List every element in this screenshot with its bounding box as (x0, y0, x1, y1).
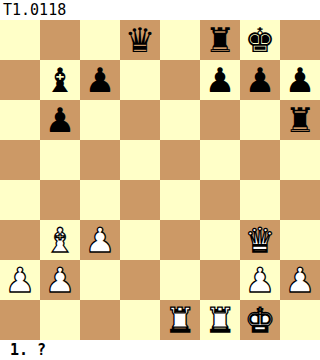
square-h6[interactable]: ♜ (280, 100, 320, 140)
square-f2[interactable] (200, 260, 240, 300)
square-b5[interactable] (40, 140, 80, 180)
square-b6[interactable]: ♟ (40, 100, 80, 140)
square-a7[interactable] (0, 60, 40, 100)
square-c2[interactable] (80, 260, 120, 300)
white-rook-e1: ♜ (165, 300, 195, 340)
square-h7[interactable]: ♟ (280, 60, 320, 100)
square-d5[interactable] (120, 140, 160, 180)
square-b8[interactable] (40, 20, 80, 60)
square-g8[interactable]: ♚ (240, 20, 280, 60)
square-f3[interactable] (200, 220, 240, 260)
square-e4[interactable] (160, 180, 200, 220)
square-f5[interactable] (200, 140, 240, 180)
square-c8[interactable] (80, 20, 120, 60)
white-bishop-b3: ♝ (45, 220, 75, 260)
square-c4[interactable] (80, 180, 120, 220)
square-a5[interactable] (0, 140, 40, 180)
square-b2[interactable]: ♟ (40, 260, 80, 300)
square-d3[interactable] (120, 220, 160, 260)
square-e2[interactable] (160, 260, 200, 300)
square-a3[interactable] (0, 220, 40, 260)
square-e1[interactable]: ♜ (160, 300, 200, 340)
square-g4[interactable] (240, 180, 280, 220)
square-d6[interactable] (120, 100, 160, 140)
black-pawn-f7: ♟ (205, 60, 235, 100)
white-rook-f1: ♜ (205, 300, 235, 340)
square-d4[interactable] (120, 180, 160, 220)
square-h4[interactable] (280, 180, 320, 220)
white-pawn-c3: ♟ (85, 220, 115, 260)
square-g7[interactable]: ♟ (240, 60, 280, 100)
square-g1[interactable]: ♚ (240, 300, 280, 340)
square-a8[interactable] (0, 20, 40, 60)
square-a4[interactable] (0, 180, 40, 220)
square-b1[interactable] (40, 300, 80, 340)
move-prompt: 1. ? (0, 340, 320, 360)
square-h1[interactable] (280, 300, 320, 340)
square-b3[interactable]: ♝ (40, 220, 80, 260)
square-f8[interactable]: ♜ (200, 20, 240, 60)
square-c3[interactable]: ♟ (80, 220, 120, 260)
square-h2[interactable]: ♟ (280, 260, 320, 300)
black-pawn-h7: ♟ (285, 60, 315, 100)
black-king-g8: ♚ (245, 20, 275, 60)
black-bishop-b7: ♝ (45, 60, 75, 100)
square-e8[interactable] (160, 20, 200, 60)
black-rook-h6: ♜ (285, 100, 315, 140)
square-e6[interactable] (160, 100, 200, 140)
white-pawn-a2: ♟ (5, 260, 35, 300)
square-f7[interactable]: ♟ (200, 60, 240, 100)
square-c1[interactable] (80, 300, 120, 340)
square-a6[interactable] (0, 100, 40, 140)
chess-board: ♛♜♚♝♟♟♟♟♟♜♝♟♛♟♟♟♟♜♜♚ (0, 20, 320, 340)
square-f1[interactable]: ♜ (200, 300, 240, 340)
square-f6[interactable] (200, 100, 240, 140)
square-e3[interactable] (160, 220, 200, 260)
black-pawn-b6: ♟ (45, 100, 75, 140)
black-queen-d8: ♛ (125, 20, 155, 60)
puzzle-id-label: T1.0118 (0, 0, 320, 20)
square-a2[interactable]: ♟ (0, 260, 40, 300)
square-g2[interactable]: ♟ (240, 260, 280, 300)
square-g5[interactable] (240, 140, 280, 180)
chess-trainer-window: T1.0118 ♛♜♚♝♟♟♟♟♟♜♝♟♛♟♟♟♟♜♜♚ 1. ? (0, 0, 320, 360)
square-b4[interactable] (40, 180, 80, 220)
square-c5[interactable] (80, 140, 120, 180)
square-g3[interactable]: ♛ (240, 220, 280, 260)
square-e5[interactable] (160, 140, 200, 180)
square-d1[interactable] (120, 300, 160, 340)
square-h8[interactable] (280, 20, 320, 60)
white-queen-g3: ♛ (245, 220, 275, 260)
square-h3[interactable] (280, 220, 320, 260)
black-pawn-g7: ♟ (245, 60, 275, 100)
square-b7[interactable]: ♝ (40, 60, 80, 100)
black-rook-f8: ♜ (205, 20, 235, 60)
square-e7[interactable] (160, 60, 200, 100)
square-d8[interactable]: ♛ (120, 20, 160, 60)
square-c6[interactable] (80, 100, 120, 140)
black-pawn-c7: ♟ (85, 60, 115, 100)
square-d7[interactable] (120, 60, 160, 100)
square-d2[interactable] (120, 260, 160, 300)
white-pawn-g2: ♟ (245, 260, 275, 300)
square-f4[interactable] (200, 180, 240, 220)
square-g6[interactable] (240, 100, 280, 140)
square-a1[interactable] (0, 300, 40, 340)
square-h5[interactable] (280, 140, 320, 180)
square-c7[interactable]: ♟ (80, 60, 120, 100)
white-pawn-h2: ♟ (285, 260, 315, 300)
white-king-g1: ♚ (245, 300, 275, 340)
white-pawn-b2: ♟ (45, 260, 75, 300)
